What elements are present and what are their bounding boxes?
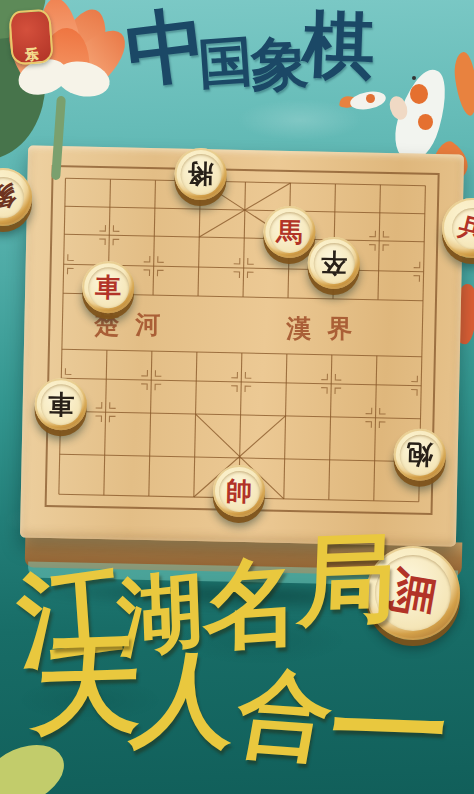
tagline-line2: 天人合一 xyxy=(26,629,460,761)
publisher-seal: 乐云 xyxy=(8,9,54,66)
seal-text: 乐云 xyxy=(23,34,39,39)
svg-text:楚河: 楚河 xyxy=(93,310,176,339)
small-fish-icon xyxy=(340,88,390,118)
svg-text:漢界: 漢界 xyxy=(285,314,368,343)
promo-screen: 乐云 中国象棋 楚河漢界 將馬卒車車炮帥 象 兵 馬 江湖名局 天人合一 xyxy=(0,0,474,794)
xiangqi-board[interactable]: 楚河漢界 將馬卒車車炮帥 xyxy=(20,145,464,546)
game-title: 中国象棋 xyxy=(125,0,376,84)
